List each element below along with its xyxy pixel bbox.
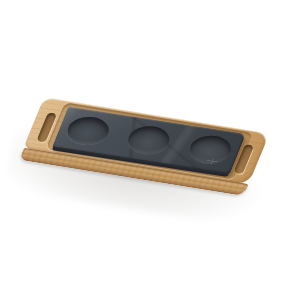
product-photo-stage bbox=[0, 0, 300, 300]
recess-left bbox=[63, 114, 114, 147]
etched-logo-mark bbox=[206, 157, 220, 165]
recess-center bbox=[124, 124, 175, 157]
